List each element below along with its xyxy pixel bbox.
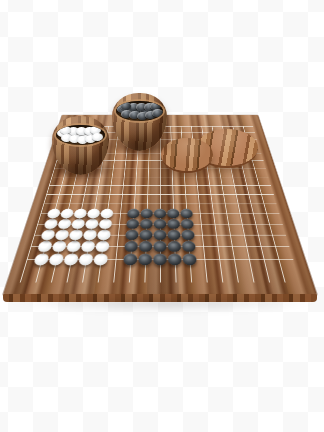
stone-white-c4 — [54, 230, 70, 241]
white-bowl-opening — [56, 125, 105, 145]
stone-black-m5 — [181, 219, 194, 229]
stone-white-e2 — [78, 253, 94, 265]
stone-black-l6 — [167, 209, 180, 218]
stone-white-c5 — [57, 219, 72, 229]
stone-white-e5 — [85, 219, 99, 229]
stone-black-j5 — [140, 219, 153, 229]
stone-white-d2 — [63, 253, 79, 265]
stone-white-d4 — [68, 230, 83, 241]
stone-white-d3 — [66, 241, 82, 252]
stone-black-l3 — [168, 241, 182, 252]
stone-white-b2 — [33, 253, 50, 265]
stone-black-h6 — [127, 209, 140, 218]
stone-black-h2 — [123, 253, 138, 265]
stone-white-c3 — [51, 241, 67, 252]
black-stones-bowl — [112, 93, 167, 151]
stone-white-f2 — [93, 253, 108, 265]
stone-white-f6 — [100, 209, 114, 218]
stone-black-h4 — [125, 230, 139, 241]
stone-black-m6 — [180, 209, 193, 218]
bowl-stone-black — [120, 102, 131, 110]
stone-black-l2 — [168, 253, 182, 265]
stone-black-j6 — [140, 209, 153, 218]
stone-white-e3 — [80, 241, 95, 252]
stone-white-f4 — [97, 230, 112, 241]
stone-black-k2 — [153, 253, 167, 265]
stone-white-b5 — [43, 219, 58, 229]
stone-white-b3 — [37, 241, 53, 252]
stone-white-f3 — [95, 241, 110, 252]
stone-white-e6 — [87, 209, 101, 218]
stone-black-h5 — [126, 219, 139, 229]
stone-black-m4 — [181, 230, 195, 241]
board-ground-shadow — [4, 299, 320, 313]
stone-white-e4 — [83, 230, 98, 241]
stone-black-k3 — [153, 241, 167, 252]
black-bowl-opening — [116, 101, 163, 121]
stone-black-m3 — [182, 241, 196, 252]
stone-white-d6 — [73, 209, 87, 218]
stone-white-c6 — [60, 209, 75, 218]
stone-black-j3 — [139, 241, 153, 252]
white-stones-bowl — [52, 116, 109, 175]
stone-black-k4 — [153, 230, 166, 241]
stone-black-l4 — [167, 230, 180, 241]
stone-white-b6 — [46, 209, 61, 218]
stone-white-c2 — [48, 253, 65, 265]
stone-white-d5 — [71, 219, 86, 229]
stone-black-m2 — [182, 253, 197, 265]
stone-black-k6 — [154, 209, 167, 218]
stone-black-h3 — [124, 241, 138, 252]
stone-black-j4 — [139, 230, 152, 241]
bowl-stone-white — [92, 133, 103, 141]
stone-black-j2 — [138, 253, 152, 265]
stone-white-b4 — [40, 230, 56, 241]
scene — [0, 0, 324, 432]
stone-black-l5 — [167, 219, 180, 229]
stone-black-k5 — [154, 219, 167, 229]
stone-white-f5 — [98, 219, 112, 229]
bowl-stone-white — [60, 126, 71, 134]
